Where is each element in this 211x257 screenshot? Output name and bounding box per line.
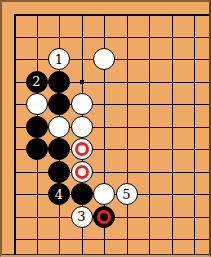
white-stone — [71, 93, 93, 115]
circle-mark-icon — [75, 165, 89, 179]
move-number: 5 — [122, 188, 130, 201]
move-number: 4 — [55, 188, 63, 201]
circle-mark-icon — [75, 142, 89, 156]
move-number: 1 — [55, 53, 63, 66]
white-stone — [71, 116, 93, 138]
white-stone: 3 — [71, 206, 93, 228]
white-stone — [48, 116, 70, 138]
white-stone — [26, 93, 48, 115]
go-diagram: 12453 — [0, 0, 211, 257]
black-stone: 2 — [26, 71, 48, 93]
black-stone — [71, 183, 93, 205]
white-stone — [71, 138, 93, 160]
black-stone — [48, 138, 70, 160]
black-stone — [48, 93, 70, 115]
move-number: 3 — [77, 210, 85, 223]
black-stone — [48, 161, 70, 183]
move-number: 2 — [32, 75, 40, 88]
go-board-grid: 12453 — [3, 3, 206, 251]
circle-mark-icon — [97, 210, 111, 224]
hoshi-star-point-marker — [80, 80, 84, 84]
black-stone — [26, 138, 48, 160]
white-stone — [93, 183, 115, 205]
black-stone: 4 — [48, 183, 70, 205]
white-stone: 5 — [116, 183, 138, 205]
black-stone — [93, 206, 115, 228]
black-stone — [48, 71, 70, 93]
white-stone — [93, 48, 115, 70]
white-stone: 1 — [48, 48, 70, 70]
black-stone — [26, 116, 48, 138]
white-stone — [71, 161, 93, 183]
